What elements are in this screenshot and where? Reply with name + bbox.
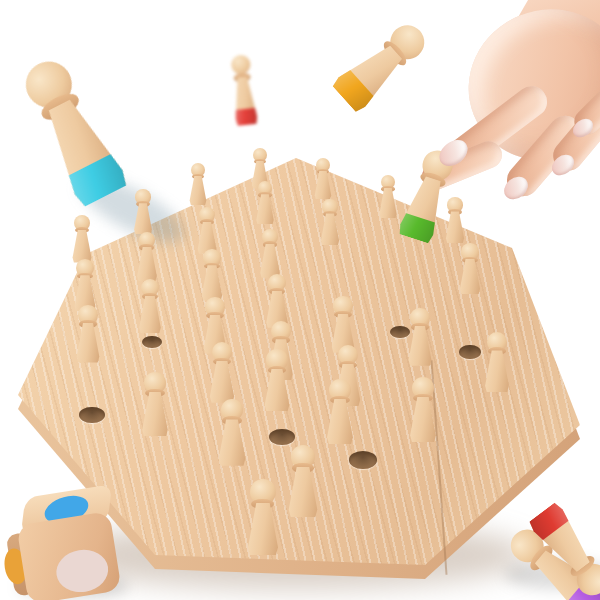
- empty-hole[interactable]: [349, 451, 378, 469]
- peg[interactable]: [140, 372, 170, 436]
- peg-body: [325, 399, 355, 444]
- peg[interactable]: [196, 207, 218, 254]
- peg-body: [75, 323, 101, 363]
- peg[interactable]: [217, 399, 248, 466]
- peg-body: [319, 213, 340, 245]
- peg-color-tip: [233, 107, 260, 126]
- peg[interactable]: [188, 163, 207, 205]
- peg[interactable]: [255, 181, 275, 225]
- peg-body: [483, 350, 511, 392]
- peg[interactable]: [458, 243, 481, 294]
- peg[interactable]: [200, 249, 224, 300]
- peg[interactable]: [133, 189, 154, 234]
- peg[interactable]: [378, 175, 398, 218]
- peg-body: [255, 194, 275, 224]
- peg-body: [246, 503, 281, 555]
- peg[interactable]: [408, 377, 438, 442]
- peg[interactable]: [325, 379, 355, 444]
- flying-peg-red[interactable]: [227, 54, 259, 126]
- peg-color-tip: [329, 66, 378, 116]
- peg[interactable]: [444, 197, 465, 243]
- peg[interactable]: [136, 232, 159, 281]
- peg-head: [230, 54, 250, 74]
- peg[interactable]: [71, 215, 93, 263]
- peg-body: [259, 244, 282, 278]
- peg[interactable]: [319, 199, 340, 245]
- flying-peg-yellow[interactable]: [329, 14, 436, 116]
- peg-body: [229, 75, 259, 126]
- color-die[interactable]: [0, 483, 133, 600]
- peg-body: [217, 419, 248, 465]
- peg[interactable]: [313, 158, 332, 200]
- peg-body: [408, 397, 438, 442]
- peg[interactable]: [73, 259, 97, 311]
- peg-body: [208, 361, 236, 403]
- peg[interactable]: [483, 332, 511, 392]
- peg[interactable]: [286, 445, 319, 517]
- peg-body: [200, 265, 224, 300]
- peg-body: [458, 259, 481, 294]
- peg[interactable]: [263, 349, 292, 411]
- peg[interactable]: [259, 229, 282, 278]
- peg-body: [263, 369, 292, 412]
- peg-body: [136, 247, 159, 281]
- peg-body: [313, 171, 332, 200]
- flying-peg-cyan[interactable]: [11, 50, 133, 210]
- empty-hole[interactable]: [79, 407, 104, 423]
- scene: [0, 0, 600, 600]
- peg[interactable]: [246, 479, 281, 555]
- die-dot-pale: [53, 546, 111, 596]
- peg-body: [286, 467, 319, 517]
- peg-body: [188, 176, 207, 205]
- die-front-face: [16, 511, 121, 600]
- peg[interactable]: [75, 305, 101, 362]
- peg-body: [407, 326, 434, 366]
- peg[interactable]: [137, 279, 162, 333]
- empty-hole[interactable]: [459, 345, 480, 358]
- peg-body: [71, 230, 93, 263]
- peg-body: [140, 392, 170, 436]
- peg-body: [133, 203, 154, 234]
- peg-body: [378, 188, 398, 218]
- peg[interactable]: [407, 308, 434, 366]
- peg-body: [444, 211, 465, 243]
- peg-body: [137, 296, 162, 334]
- peg[interactable]: [265, 274, 290, 328]
- peg[interactable]: [208, 342, 236, 403]
